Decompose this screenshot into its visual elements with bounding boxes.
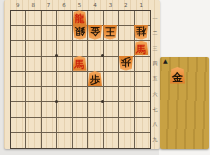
file-label-2: 2 xyxy=(118,1,133,9)
board-square-5-7[interactable] xyxy=(73,102,88,117)
board-square-3-8[interactable] xyxy=(104,118,119,133)
board-square-9-2[interactable] xyxy=(11,26,26,41)
board-square-8-7[interactable] xyxy=(26,102,41,117)
board-square-8-4[interactable] xyxy=(26,57,41,72)
rank-label-9: 九 xyxy=(151,132,159,147)
hand-piece-金[interactable]: 金 xyxy=(170,67,185,84)
board-square-4-4[interactable] xyxy=(88,57,103,72)
piece-龍-5-1[interactable]: 龍 xyxy=(73,10,87,25)
board-square-6-7[interactable] xyxy=(57,102,72,117)
rank-label-8: 八 xyxy=(151,117,159,132)
board-square-4-8[interactable] xyxy=(88,118,103,133)
board-square-2-1[interactable] xyxy=(119,11,134,26)
board-square-9-7[interactable] xyxy=(11,102,26,117)
board-square-7-1[interactable] xyxy=(42,11,57,26)
board-square-5-8[interactable] xyxy=(73,118,88,133)
board-square-6-8[interactable] xyxy=(57,118,72,133)
board-square-6-4[interactable] xyxy=(57,57,72,72)
board-square-9-4[interactable] xyxy=(11,57,26,72)
file-label-5: 5 xyxy=(72,1,87,9)
board-square-2-3[interactable] xyxy=(119,41,134,56)
board-square-1-1[interactable] xyxy=(135,11,150,26)
piece-歩-2-4[interactable]: 歩 xyxy=(119,56,133,71)
piece-glyph: 銀 xyxy=(75,25,85,36)
board-square-5-6[interactable] xyxy=(73,87,88,102)
board-square-1-4[interactable] xyxy=(135,57,150,72)
piece-glyph: 歩 xyxy=(121,56,131,67)
board-square-9-6[interactable] xyxy=(11,87,26,102)
board-square-8-2[interactable] xyxy=(26,26,41,41)
piece-glyph: 龍 xyxy=(75,14,85,25)
board-square-3-7[interactable] xyxy=(104,102,119,117)
file-label-7: 7 xyxy=(41,1,56,9)
file-label-3: 3 xyxy=(103,1,118,9)
board-square-4-9[interactable] xyxy=(88,133,103,148)
board-square-8-1[interactable] xyxy=(26,11,41,26)
board-square-2-9[interactable] xyxy=(119,133,134,148)
board-square-9-3[interactable] xyxy=(11,41,26,56)
board-square-7-9[interactable] xyxy=(42,133,57,148)
shogi-app: ▲ 金 987654321一二三四五六七八九龍銀金王桂馬馬歩歩 xyxy=(0,0,210,155)
board-square-3-4[interactable] xyxy=(104,57,119,72)
file-label-1: 1 xyxy=(134,1,149,9)
rank-label-7: 七 xyxy=(151,101,159,116)
board-square-5-9[interactable] xyxy=(73,133,88,148)
board-square-2-6[interactable] xyxy=(119,87,134,102)
board-square-8-9[interactable] xyxy=(26,133,41,148)
board-square-5-3[interactable] xyxy=(73,41,88,56)
board-square-9-5[interactable] xyxy=(11,72,26,87)
piece-glyph: 桂 xyxy=(136,25,146,36)
board-square-2-2[interactable] xyxy=(119,26,134,41)
piece-glyph: 歩 xyxy=(90,75,100,86)
board-square-6-6[interactable] xyxy=(57,87,72,102)
star-point xyxy=(55,100,58,103)
piece-glyph: 金 xyxy=(90,25,100,36)
board-square-8-3[interactable] xyxy=(26,41,41,56)
board-square-8-5[interactable] xyxy=(26,72,41,87)
board-square-3-3[interactable] xyxy=(104,41,119,56)
piece-馬-5-4[interactable]: 馬 xyxy=(73,56,87,71)
board-square-9-1[interactable] xyxy=(11,11,26,26)
board-square-2-7[interactable] xyxy=(119,102,134,117)
komadai-sente[interactable]: ▲ 金 xyxy=(160,57,209,149)
board-square-6-9[interactable] xyxy=(57,133,72,148)
board-square-4-7[interactable] xyxy=(88,102,103,117)
rank-label-6: 六 xyxy=(151,86,159,101)
piece-桂-1-2[interactable]: 桂 xyxy=(134,25,148,40)
board-square-7-2[interactable] xyxy=(42,26,57,41)
rank-label-1: 一 xyxy=(151,10,159,25)
board-square-7-7[interactable] xyxy=(42,102,57,117)
piece-glyph: 金 xyxy=(172,72,183,84)
board-square-7-5[interactable] xyxy=(42,72,57,87)
piece-glyph: 馬 xyxy=(136,45,146,56)
board-square-1-7[interactable] xyxy=(135,102,150,117)
board-square-3-9[interactable] xyxy=(104,133,119,148)
board-square-3-6[interactable] xyxy=(104,87,119,102)
piece-王-3-2[interactable]: 王 xyxy=(103,25,117,40)
board-square-2-8[interactable] xyxy=(119,118,134,133)
board-square-1-9[interactable] xyxy=(135,133,150,148)
rank-label-2: 二 xyxy=(151,25,159,40)
board-square-6-2[interactable] xyxy=(57,26,72,41)
file-label-9: 9 xyxy=(10,1,25,9)
board-square-2-5[interactable] xyxy=(119,72,134,87)
piece-金-4-2[interactable]: 金 xyxy=(88,25,102,40)
board-square-5-5[interactable] xyxy=(73,72,88,87)
board-square-8-8[interactable] xyxy=(26,118,41,133)
board-square-9-9[interactable] xyxy=(11,133,26,148)
file-label-6: 6 xyxy=(56,1,71,9)
board-square-1-5[interactable] xyxy=(135,72,150,87)
piece-銀-5-2[interactable]: 銀 xyxy=(73,25,87,40)
board-square-9-8[interactable] xyxy=(11,118,26,133)
sente-turn-marker: ▲ xyxy=(163,57,168,65)
board-square-3-5[interactable] xyxy=(104,72,119,87)
board-square-1-8[interactable] xyxy=(135,118,150,133)
rank-label-5: 五 xyxy=(151,71,159,86)
piece-歩-4-5[interactable]: 歩 xyxy=(88,71,102,86)
piece-glyph: 馬 xyxy=(75,60,85,71)
piece-glyph: 王 xyxy=(105,25,115,36)
board-square-7-8[interactable] xyxy=(42,118,57,133)
rank-label-4: 四 xyxy=(151,56,159,71)
board-square-3-1[interactable] xyxy=(104,11,119,26)
file-label-8: 8 xyxy=(25,1,40,9)
board-square-7-4[interactable] xyxy=(42,57,57,72)
star-point xyxy=(55,54,58,57)
board-square-1-6[interactable] xyxy=(135,87,150,102)
board-square-6-3[interactable] xyxy=(57,41,72,56)
board-square-4-1[interactable] xyxy=(88,11,103,26)
rank-label-3: 三 xyxy=(151,40,159,55)
board-square-6-5[interactable] xyxy=(57,72,72,87)
file-label-4: 4 xyxy=(87,1,102,9)
board-square-8-6[interactable] xyxy=(26,87,41,102)
board-square-6-1[interactable] xyxy=(57,11,72,26)
piece-馬-1-3[interactable]: 馬 xyxy=(134,41,148,56)
